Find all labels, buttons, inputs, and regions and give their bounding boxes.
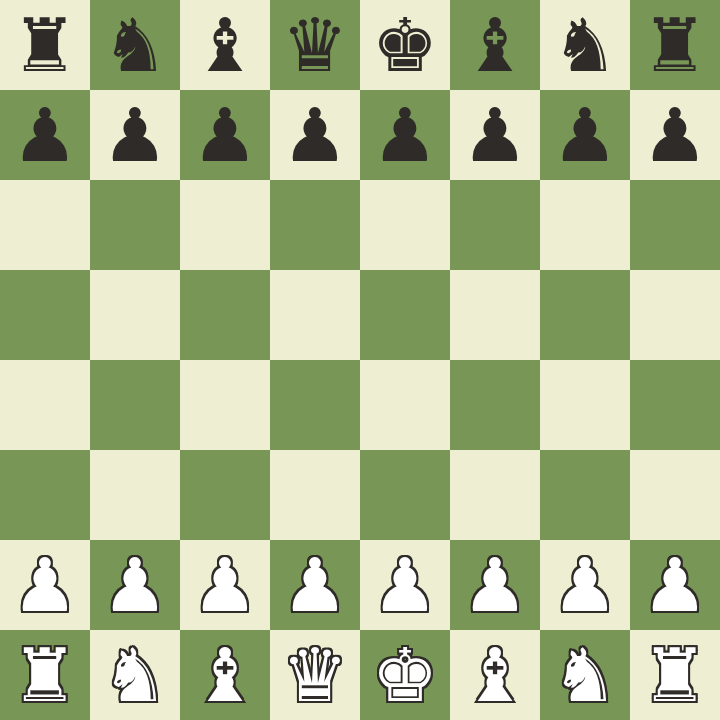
square-a4[interactable] [0, 360, 90, 450]
piece-black-pawn-f7[interactable]: ♟ [462, 90, 528, 180]
square-c5[interactable] [180, 270, 270, 360]
piece-white-pawn-c2[interactable]: ♟ [192, 540, 258, 630]
square-a8[interactable]: ♜ [0, 0, 90, 90]
square-a7[interactable]: ♟ [0, 90, 90, 180]
square-b1[interactable]: ♞ [90, 630, 180, 720]
square-h3[interactable] [630, 450, 720, 540]
square-f6[interactable] [450, 180, 540, 270]
piece-black-king-e8[interactable]: ♚ [372, 0, 438, 90]
square-d2[interactable]: ♟ [270, 540, 360, 630]
square-d5[interactable] [270, 270, 360, 360]
piece-white-pawn-h2[interactable]: ♟ [642, 540, 708, 630]
square-c3[interactable] [180, 450, 270, 540]
square-g3[interactable] [540, 450, 630, 540]
square-g4[interactable] [540, 360, 630, 450]
piece-white-pawn-e2[interactable]: ♟ [372, 540, 438, 630]
square-b2[interactable]: ♟ [90, 540, 180, 630]
square-h2[interactable]: ♟ [630, 540, 720, 630]
piece-white-king-e1[interactable]: ♚ [372, 630, 438, 720]
square-f1[interactable]: ♝ [450, 630, 540, 720]
square-b7[interactable]: ♟ [90, 90, 180, 180]
square-e3[interactable] [360, 450, 450, 540]
square-d6[interactable] [270, 180, 360, 270]
piece-black-pawn-d7[interactable]: ♟ [282, 90, 348, 180]
square-d7[interactable]: ♟ [270, 90, 360, 180]
square-b8[interactable]: ♞ [90, 0, 180, 90]
square-e1[interactable]: ♚ [360, 630, 450, 720]
square-h1[interactable]: ♜ [630, 630, 720, 720]
square-f2[interactable]: ♟ [450, 540, 540, 630]
square-d4[interactable] [270, 360, 360, 450]
square-f4[interactable] [450, 360, 540, 450]
piece-black-pawn-g7[interactable]: ♟ [552, 90, 618, 180]
square-f8[interactable]: ♝ [450, 0, 540, 90]
square-e2[interactable]: ♟ [360, 540, 450, 630]
piece-white-pawn-d2[interactable]: ♟ [282, 540, 348, 630]
square-b6[interactable] [90, 180, 180, 270]
square-c6[interactable] [180, 180, 270, 270]
square-d8[interactable]: ♛ [270, 0, 360, 90]
square-g1[interactable]: ♞ [540, 630, 630, 720]
square-h5[interactable] [630, 270, 720, 360]
square-a1[interactable]: ♜ [0, 630, 90, 720]
chess-board: ♜♞♝♛♚♝♞♜♟♟♟♟♟♟♟♟♟♟♟♟♟♟♟♟♜♞♝♛♚♝♞♜ [0, 0, 720, 720]
square-h8[interactable]: ♜ [630, 0, 720, 90]
square-e6[interactable] [360, 180, 450, 270]
square-a6[interactable] [0, 180, 90, 270]
square-g6[interactable] [540, 180, 630, 270]
square-a3[interactable] [0, 450, 90, 540]
piece-black-rook-a8[interactable]: ♜ [12, 0, 78, 90]
square-b3[interactable] [90, 450, 180, 540]
piece-white-pawn-f2[interactable]: ♟ [462, 540, 528, 630]
square-e8[interactable]: ♚ [360, 0, 450, 90]
piece-black-knight-g8[interactable]: ♞ [552, 0, 618, 90]
piece-white-bishop-c1[interactable]: ♝ [192, 630, 258, 720]
square-c4[interactable] [180, 360, 270, 450]
square-b5[interactable] [90, 270, 180, 360]
square-g2[interactable]: ♟ [540, 540, 630, 630]
piece-white-knight-g1[interactable]: ♞ [552, 630, 618, 720]
square-c2[interactable]: ♟ [180, 540, 270, 630]
square-e4[interactable] [360, 360, 450, 450]
piece-black-bishop-f8[interactable]: ♝ [462, 0, 528, 90]
piece-white-pawn-a2[interactable]: ♟ [12, 540, 78, 630]
square-f7[interactable]: ♟ [450, 90, 540, 180]
piece-white-rook-a1[interactable]: ♜ [12, 630, 78, 720]
square-b4[interactable] [90, 360, 180, 450]
square-g7[interactable]: ♟ [540, 90, 630, 180]
piece-white-queen-d1[interactable]: ♛ [282, 630, 348, 720]
square-e7[interactable]: ♟ [360, 90, 450, 180]
piece-black-bishop-c8[interactable]: ♝ [192, 0, 258, 90]
square-h7[interactable]: ♟ [630, 90, 720, 180]
square-c7[interactable]: ♟ [180, 90, 270, 180]
piece-black-rook-h8[interactable]: ♜ [642, 0, 708, 90]
square-a5[interactable] [0, 270, 90, 360]
piece-black-queen-d8[interactable]: ♛ [282, 0, 348, 90]
piece-black-pawn-h7[interactable]: ♟ [642, 90, 708, 180]
piece-black-knight-b8[interactable]: ♞ [102, 0, 168, 90]
square-c8[interactable]: ♝ [180, 0, 270, 90]
square-h4[interactable] [630, 360, 720, 450]
piece-black-pawn-e7[interactable]: ♟ [372, 90, 438, 180]
square-g8[interactable]: ♞ [540, 0, 630, 90]
square-d3[interactable] [270, 450, 360, 540]
square-h6[interactable] [630, 180, 720, 270]
square-c1[interactable]: ♝ [180, 630, 270, 720]
piece-white-knight-b1[interactable]: ♞ [102, 630, 168, 720]
square-a2[interactable]: ♟ [0, 540, 90, 630]
piece-white-rook-h1[interactable]: ♜ [642, 630, 708, 720]
piece-black-pawn-b7[interactable]: ♟ [102, 90, 168, 180]
square-f3[interactable] [450, 450, 540, 540]
square-e5[interactable] [360, 270, 450, 360]
square-f5[interactable] [450, 270, 540, 360]
piece-white-pawn-b2[interactable]: ♟ [102, 540, 168, 630]
piece-white-pawn-g2[interactable]: ♟ [552, 540, 618, 630]
piece-black-pawn-a7[interactable]: ♟ [12, 90, 78, 180]
square-d1[interactable]: ♛ [270, 630, 360, 720]
piece-black-pawn-c7[interactable]: ♟ [192, 90, 258, 180]
square-g5[interactable] [540, 270, 630, 360]
piece-white-bishop-f1[interactable]: ♝ [462, 630, 528, 720]
